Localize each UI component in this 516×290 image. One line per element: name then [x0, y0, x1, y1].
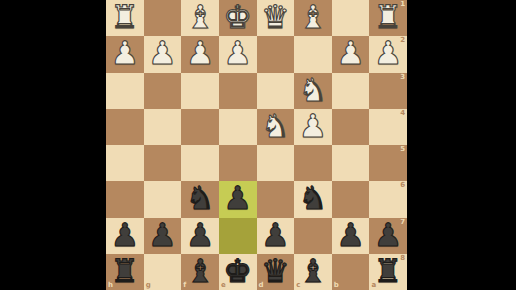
square-c1[interactable]: ♝ [294, 0, 332, 36]
square-e6[interactable]: ♟ [219, 181, 257, 217]
square-f7[interactable]: ♟ [181, 218, 219, 254]
white-queen[interactable]: ♛ [261, 0, 290, 35]
square-a8[interactable]: ♜8a [369, 254, 407, 290]
square-f1[interactable]: ♝ [181, 0, 219, 36]
square-b3[interactable] [332, 73, 370, 109]
square-d6[interactable] [257, 181, 295, 217]
square-h2[interactable]: ♟ [106, 36, 144, 72]
black-pawn[interactable]: ♟ [148, 218, 177, 253]
white-knight[interactable]: ♞ [261, 109, 290, 144]
square-a4[interactable]: 4 [369, 109, 407, 145]
black-bishop[interactable]: ♝ [299, 254, 328, 289]
square-f2[interactable]: ♟ [181, 36, 219, 72]
square-g2[interactable]: ♟ [144, 36, 182, 72]
black-pawn[interactable]: ♟ [336, 218, 365, 253]
video-frame: ♜♝♚♛♝♜1♟♟♟♟♟♟2♞3♞♟45♞♟♞6♟♟♟♟♟♟7♜hg♝f♚e♛d… [0, 0, 516, 290]
white-pawn[interactable]: ♟ [110, 36, 139, 71]
square-e2[interactable]: ♟ [219, 36, 257, 72]
square-c8[interactable]: ♝c [294, 254, 332, 290]
square-h7[interactable]: ♟ [106, 218, 144, 254]
white-rook[interactable]: ♜ [110, 0, 139, 35]
rank-label-6: 6 [400, 182, 405, 189]
white-rook[interactable]: ♜ [374, 0, 403, 35]
black-pawn[interactable]: ♟ [110, 218, 139, 253]
square-h5[interactable] [106, 145, 144, 181]
black-pawn[interactable]: ♟ [261, 218, 290, 253]
square-b5[interactable] [332, 145, 370, 181]
square-e3[interactable] [219, 73, 257, 109]
square-h6[interactable] [106, 181, 144, 217]
square-f6[interactable]: ♞ [181, 181, 219, 217]
square-f4[interactable] [181, 109, 219, 145]
square-g5[interactable] [144, 145, 182, 181]
square-c4[interactable]: ♟ [294, 109, 332, 145]
file-label-b: b [334, 282, 339, 289]
square-g1[interactable] [144, 0, 182, 36]
square-c7[interactable] [294, 218, 332, 254]
white-king[interactable]: ♚ [223, 0, 252, 35]
square-f8[interactable]: ♝f [181, 254, 219, 290]
square-g7[interactable]: ♟ [144, 218, 182, 254]
square-g6[interactable] [144, 181, 182, 217]
square-b1[interactable] [332, 0, 370, 36]
square-h3[interactable] [106, 73, 144, 109]
square-h1[interactable]: ♜ [106, 0, 144, 36]
black-bishop[interactable]: ♝ [186, 254, 215, 289]
square-b6[interactable] [332, 181, 370, 217]
square-b7[interactable]: ♟ [332, 218, 370, 254]
square-c3[interactable]: ♞ [294, 73, 332, 109]
rank-label-5: 5 [400, 146, 405, 153]
chess-board: ♜♝♚♛♝♜1♟♟♟♟♟♟2♞3♞♟45♞♟♞6♟♟♟♟♟♟7♜hg♝f♚e♛d… [106, 0, 407, 290]
square-f5[interactable] [181, 145, 219, 181]
black-rook[interactable]: ♜ [110, 254, 139, 289]
square-h8[interactable]: ♜h [106, 254, 144, 290]
square-d5[interactable] [257, 145, 295, 181]
square-a5[interactable]: 5 [369, 145, 407, 181]
square-e8[interactable]: ♚e [219, 254, 257, 290]
file-label-g: g [146, 282, 151, 289]
white-pawn[interactable]: ♟ [336, 36, 365, 71]
square-c6[interactable]: ♞ [294, 181, 332, 217]
rank-label-4: 4 [400, 110, 405, 117]
black-knight[interactable]: ♞ [186, 181, 215, 216]
square-c5[interactable] [294, 145, 332, 181]
rank-label-3: 3 [400, 74, 405, 81]
square-a1[interactable]: ♜1 [369, 0, 407, 36]
black-queen[interactable]: ♛ [261, 254, 290, 289]
white-knight[interactable]: ♞ [299, 73, 328, 108]
black-king[interactable]: ♚ [223, 254, 252, 289]
black-pawn[interactable]: ♟ [186, 218, 215, 253]
square-h4[interactable] [106, 109, 144, 145]
white-bishop[interactable]: ♝ [299, 0, 328, 35]
square-b4[interactable] [332, 109, 370, 145]
black-knight[interactable]: ♞ [299, 181, 328, 216]
square-g8[interactable]: g [144, 254, 182, 290]
square-c2[interactable] [294, 36, 332, 72]
square-e5[interactable] [219, 145, 257, 181]
white-pawn[interactable]: ♟ [299, 109, 328, 144]
square-e4[interactable] [219, 109, 257, 145]
white-pawn[interactable]: ♟ [223, 36, 252, 71]
black-rook[interactable]: ♜ [374, 254, 403, 289]
square-a6[interactable]: 6 [369, 181, 407, 217]
square-d7[interactable]: ♟ [257, 218, 295, 254]
square-a3[interactable]: 3 [369, 73, 407, 109]
square-d8[interactable]: ♛d [257, 254, 295, 290]
square-g4[interactable] [144, 109, 182, 145]
black-pawn[interactable]: ♟ [374, 218, 403, 253]
white-pawn[interactable]: ♟ [148, 36, 177, 71]
square-e7[interactable] [219, 218, 257, 254]
square-b8[interactable]: b [332, 254, 370, 290]
black-pawn[interactable]: ♟ [223, 181, 252, 216]
square-f3[interactable] [181, 73, 219, 109]
square-b2[interactable]: ♟ [332, 36, 370, 72]
square-a2[interactable]: ♟2 [369, 36, 407, 72]
square-d2[interactable] [257, 36, 295, 72]
square-d1[interactable]: ♛ [257, 0, 295, 36]
white-bishop[interactable]: ♝ [186, 0, 215, 35]
square-e1[interactable]: ♚ [219, 0, 257, 36]
white-pawn[interactable]: ♟ [186, 36, 215, 71]
square-d4[interactable]: ♞ [257, 109, 295, 145]
square-g3[interactable] [144, 73, 182, 109]
white-pawn[interactable]: ♟ [374, 36, 403, 71]
square-d3[interactable] [257, 73, 295, 109]
square-a7[interactable]: ♟7 [369, 218, 407, 254]
